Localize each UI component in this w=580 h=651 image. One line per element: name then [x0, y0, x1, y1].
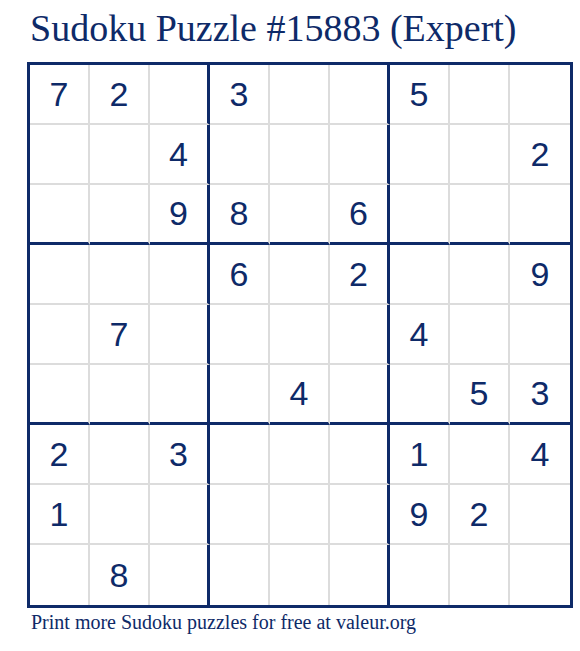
cell-r7c4: [210, 425, 270, 485]
cell-r4c4: 6: [210, 245, 270, 305]
cell-r3c7: [390, 185, 450, 245]
cell-r5c7: 4: [390, 305, 450, 365]
cell-r4c7: [390, 245, 450, 305]
footer-text: Print more Sudoku puzzles for free at va…: [31, 610, 416, 634]
cell-r1c4: 3: [210, 65, 270, 125]
cell-r2c1: [30, 125, 90, 185]
cell-r1c2: 2: [90, 65, 150, 125]
cell-r9c7: [390, 545, 450, 605]
cell-r6c2: [90, 365, 150, 425]
cell-r4c2: [90, 245, 150, 305]
sudoku-print-page: Sudoku Puzzle #15883 (Expert) 7235429866…: [0, 0, 580, 651]
cell-r2c9: 2: [510, 125, 570, 185]
cell-r9c3: [150, 545, 210, 605]
cell-r5c8: [450, 305, 510, 365]
cell-r2c8: [450, 125, 510, 185]
cell-r8c3: [150, 485, 210, 545]
cell-r7c9: 4: [510, 425, 570, 485]
cell-r3c4: 8: [210, 185, 270, 245]
cell-r4c6: 2: [330, 245, 390, 305]
cell-r2c5: [270, 125, 330, 185]
cell-r1c9: [510, 65, 570, 125]
cell-r1c7: 5: [390, 65, 450, 125]
cell-r8c7: 9: [390, 485, 450, 545]
cell-r5c5: [270, 305, 330, 365]
cell-r8c9: [510, 485, 570, 545]
cell-r6c5: 4: [270, 365, 330, 425]
cell-r6c6: [330, 365, 390, 425]
cell-r6c7: [390, 365, 450, 425]
cell-r7c3: 3: [150, 425, 210, 485]
sudoku-board: 7235429866297445323141928: [27, 62, 573, 608]
cell-r4c3: [150, 245, 210, 305]
cell-r8c1: 1: [30, 485, 90, 545]
cell-r1c3: [150, 65, 210, 125]
cell-r1c6: [330, 65, 390, 125]
cell-r5c6: [330, 305, 390, 365]
cell-r2c3: 4: [150, 125, 210, 185]
cell-r7c2: [90, 425, 150, 485]
cell-r1c8: [450, 65, 510, 125]
puzzle-title: Sudoku Puzzle #15883 (Expert): [30, 6, 517, 52]
cell-r4c5: [270, 245, 330, 305]
cell-r3c1: [30, 185, 90, 245]
cell-r8c6: [330, 485, 390, 545]
cell-r3c6: 6: [330, 185, 390, 245]
cell-r7c7: 1: [390, 425, 450, 485]
cell-r2c2: [90, 125, 150, 185]
cell-r2c4: [210, 125, 270, 185]
cell-r8c4: [210, 485, 270, 545]
cell-r8c8: 2: [450, 485, 510, 545]
cell-r6c9: 3: [510, 365, 570, 425]
cell-r8c2: [90, 485, 150, 545]
cell-r4c8: [450, 245, 510, 305]
cell-r9c2: 8: [90, 545, 150, 605]
cell-r9c8: [450, 545, 510, 605]
cell-r9c5: [270, 545, 330, 605]
cell-r6c8: 5: [450, 365, 510, 425]
cell-r5c4: [210, 305, 270, 365]
cell-r1c5: [270, 65, 330, 125]
cell-r6c1: [30, 365, 90, 425]
cell-r2c6: [330, 125, 390, 185]
cell-r5c9: [510, 305, 570, 365]
cell-r7c1: 2: [30, 425, 90, 485]
cell-r9c9: [510, 545, 570, 605]
cell-r2c7: [390, 125, 450, 185]
cell-r3c2: [90, 185, 150, 245]
cell-r9c1: [30, 545, 90, 605]
cell-r3c5: [270, 185, 330, 245]
cell-r3c3: 9: [150, 185, 210, 245]
cell-r7c6: [330, 425, 390, 485]
cell-r9c4: [210, 545, 270, 605]
cell-r3c8: [450, 185, 510, 245]
cell-r6c4: [210, 365, 270, 425]
cell-r7c5: [270, 425, 330, 485]
cell-r1c1: 7: [30, 65, 90, 125]
cell-r5c3: [150, 305, 210, 365]
cell-r4c9: 9: [510, 245, 570, 305]
cell-r8c5: [270, 485, 330, 545]
cell-r5c1: [30, 305, 90, 365]
cell-r9c6: [330, 545, 390, 605]
cell-r6c3: [150, 365, 210, 425]
cell-r5c2: 7: [90, 305, 150, 365]
cell-r4c1: [30, 245, 90, 305]
cell-r7c8: [450, 425, 510, 485]
cell-r3c9: [510, 185, 570, 245]
